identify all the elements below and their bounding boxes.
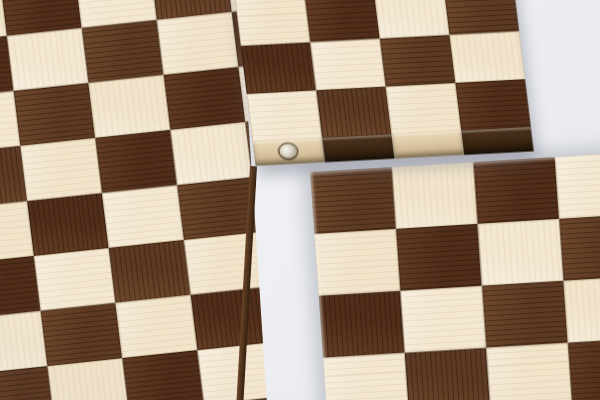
board-square xyxy=(164,67,246,130)
board-square xyxy=(323,353,409,400)
board-square xyxy=(555,152,600,219)
edge-square-dark xyxy=(322,135,394,163)
board-square xyxy=(473,157,559,224)
board-square xyxy=(102,185,184,248)
board-square xyxy=(449,31,524,83)
edge-square-light xyxy=(253,138,325,166)
board-square xyxy=(304,0,379,42)
board-square xyxy=(380,35,455,87)
board-square xyxy=(241,42,316,94)
board-square xyxy=(319,291,405,358)
board-square xyxy=(314,229,400,296)
board-square xyxy=(170,122,252,185)
board-square xyxy=(316,87,391,139)
edge-square-dark xyxy=(461,127,533,155)
board-square xyxy=(310,39,385,91)
board-square xyxy=(564,276,600,343)
board-lower-right-grid xyxy=(310,152,600,400)
board-square xyxy=(478,219,564,286)
board-square xyxy=(122,350,204,400)
board-square xyxy=(396,224,482,291)
board-square xyxy=(559,214,600,281)
board-square xyxy=(14,83,96,146)
board-square xyxy=(455,79,530,131)
board-square xyxy=(191,287,273,350)
board-square xyxy=(82,20,164,83)
board-lower-right-half xyxy=(310,152,600,400)
board-square xyxy=(392,162,478,229)
board-square xyxy=(157,12,239,75)
board-square xyxy=(41,303,123,366)
board-square xyxy=(184,232,266,295)
magnet xyxy=(279,144,298,159)
board-square xyxy=(116,295,198,358)
board-square xyxy=(95,130,177,193)
board-square xyxy=(7,28,89,91)
edge-square-light xyxy=(392,131,464,159)
board-square xyxy=(568,338,600,400)
board-square xyxy=(89,75,171,138)
board-square xyxy=(47,358,129,400)
board-square xyxy=(444,0,519,35)
board-square xyxy=(482,281,568,348)
board-square xyxy=(310,167,396,234)
board-square xyxy=(486,343,572,400)
board-square xyxy=(235,0,310,46)
board-square xyxy=(20,138,102,201)
board-upper-half xyxy=(229,0,534,166)
board-square xyxy=(27,193,109,256)
board-square xyxy=(386,83,461,135)
board-square xyxy=(400,286,486,353)
board-square xyxy=(374,0,449,39)
photo-stage xyxy=(0,0,600,400)
board-square xyxy=(247,90,322,142)
board-square xyxy=(109,240,191,303)
board-square xyxy=(0,366,54,400)
board-square xyxy=(34,248,116,311)
board-square xyxy=(405,348,491,400)
board-square xyxy=(0,311,47,374)
board-upper-grid xyxy=(229,0,531,142)
